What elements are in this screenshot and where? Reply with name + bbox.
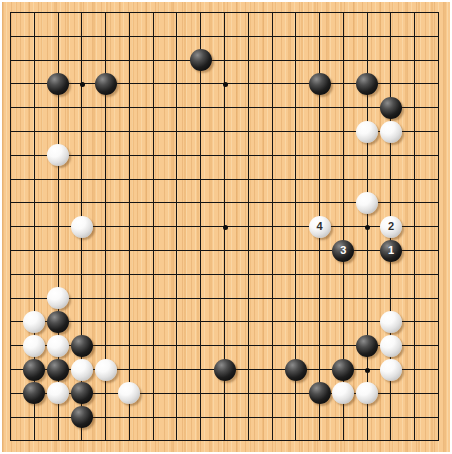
stone-white[interactable] [23,335,45,357]
stone-black[interactable] [47,311,69,333]
stone-black[interactable] [332,359,354,381]
stone-black[interactable] [285,359,307,381]
stone-black[interactable] [23,382,45,404]
stone-black[interactable] [71,382,93,404]
stone-white[interactable] [380,335,402,357]
stone-white[interactable] [47,144,69,166]
stone-black[interactable] [309,73,331,95]
move-number-label: 2 [388,221,394,232]
move-number-label: 1 [388,245,394,256]
stone-black[interactable] [71,406,93,428]
stone-white[interactable] [380,311,402,333]
move-number-label: 3 [340,245,346,256]
stone-black[interactable] [47,73,69,95]
stones: 4231 [2,2,450,452]
stone-black[interactable]: 1 [380,240,402,262]
stone-white[interactable] [71,216,93,238]
stone-black[interactable] [71,335,93,357]
stone-black[interactable] [356,73,378,95]
stone-black[interactable] [309,382,331,404]
stone-white[interactable] [95,359,117,381]
stone-white[interactable] [71,359,93,381]
stone-white[interactable] [380,121,402,143]
stone-white[interactable] [380,359,402,381]
stone-black[interactable] [95,73,117,95]
stone-white[interactable] [47,287,69,309]
stone-white[interactable]: 2 [380,216,402,238]
stone-black[interactable] [23,359,45,381]
stone-white[interactable] [356,192,378,214]
stone-black[interactable] [356,335,378,357]
move-number-label: 4 [317,221,323,232]
stone-black[interactable]: 3 [332,240,354,262]
stone-black[interactable] [190,49,212,71]
stone-white[interactable] [47,382,69,404]
stone-black[interactable] [214,359,236,381]
stone-white[interactable] [356,382,378,404]
stone-black[interactable] [47,359,69,381]
stone-white[interactable] [356,121,378,143]
stone-white[interactable] [23,311,45,333]
stone-black[interactable] [380,97,402,119]
go-board[interactable]: 4231 [0,0,452,454]
stone-white[interactable]: 4 [309,216,331,238]
stone-white[interactable] [47,335,69,357]
stone-white[interactable] [118,382,140,404]
stone-white[interactable] [332,382,354,404]
